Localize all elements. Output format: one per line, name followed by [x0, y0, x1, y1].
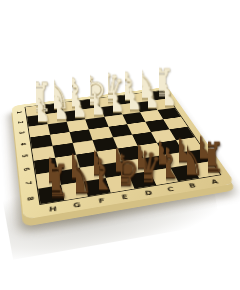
square-f3[interactable] — [67, 119, 89, 132]
file-label-b: B — [179, 179, 206, 191]
product-photo: 12345678 HGFEDCBA ♜♞♝♚♛♝♞♜♟♟♟♟♟♟♟♟♟♟♟♟♟♟… — [0, 0, 240, 290]
square-h8[interactable]: ♜ — [38, 185, 64, 204]
file-label-h: H — [40, 202, 65, 216]
file-label-d: D — [135, 187, 161, 199]
chess-board: 12345678 HGFEDCBA ♜♞♝♚♛♝♞♜♟♟♟♟♟♟♟♟♟♟♟♟♟♟… — [12, 87, 236, 220]
square-h4[interactable] — [30, 135, 52, 149]
square-h3[interactable] — [29, 124, 51, 137]
scene: 12345678 HGFEDCBA ♜♞♝♚♛♝♞♜♟♟♟♟♟♟♟♟♟♟♟♟♟♟… — [0, 0, 240, 290]
